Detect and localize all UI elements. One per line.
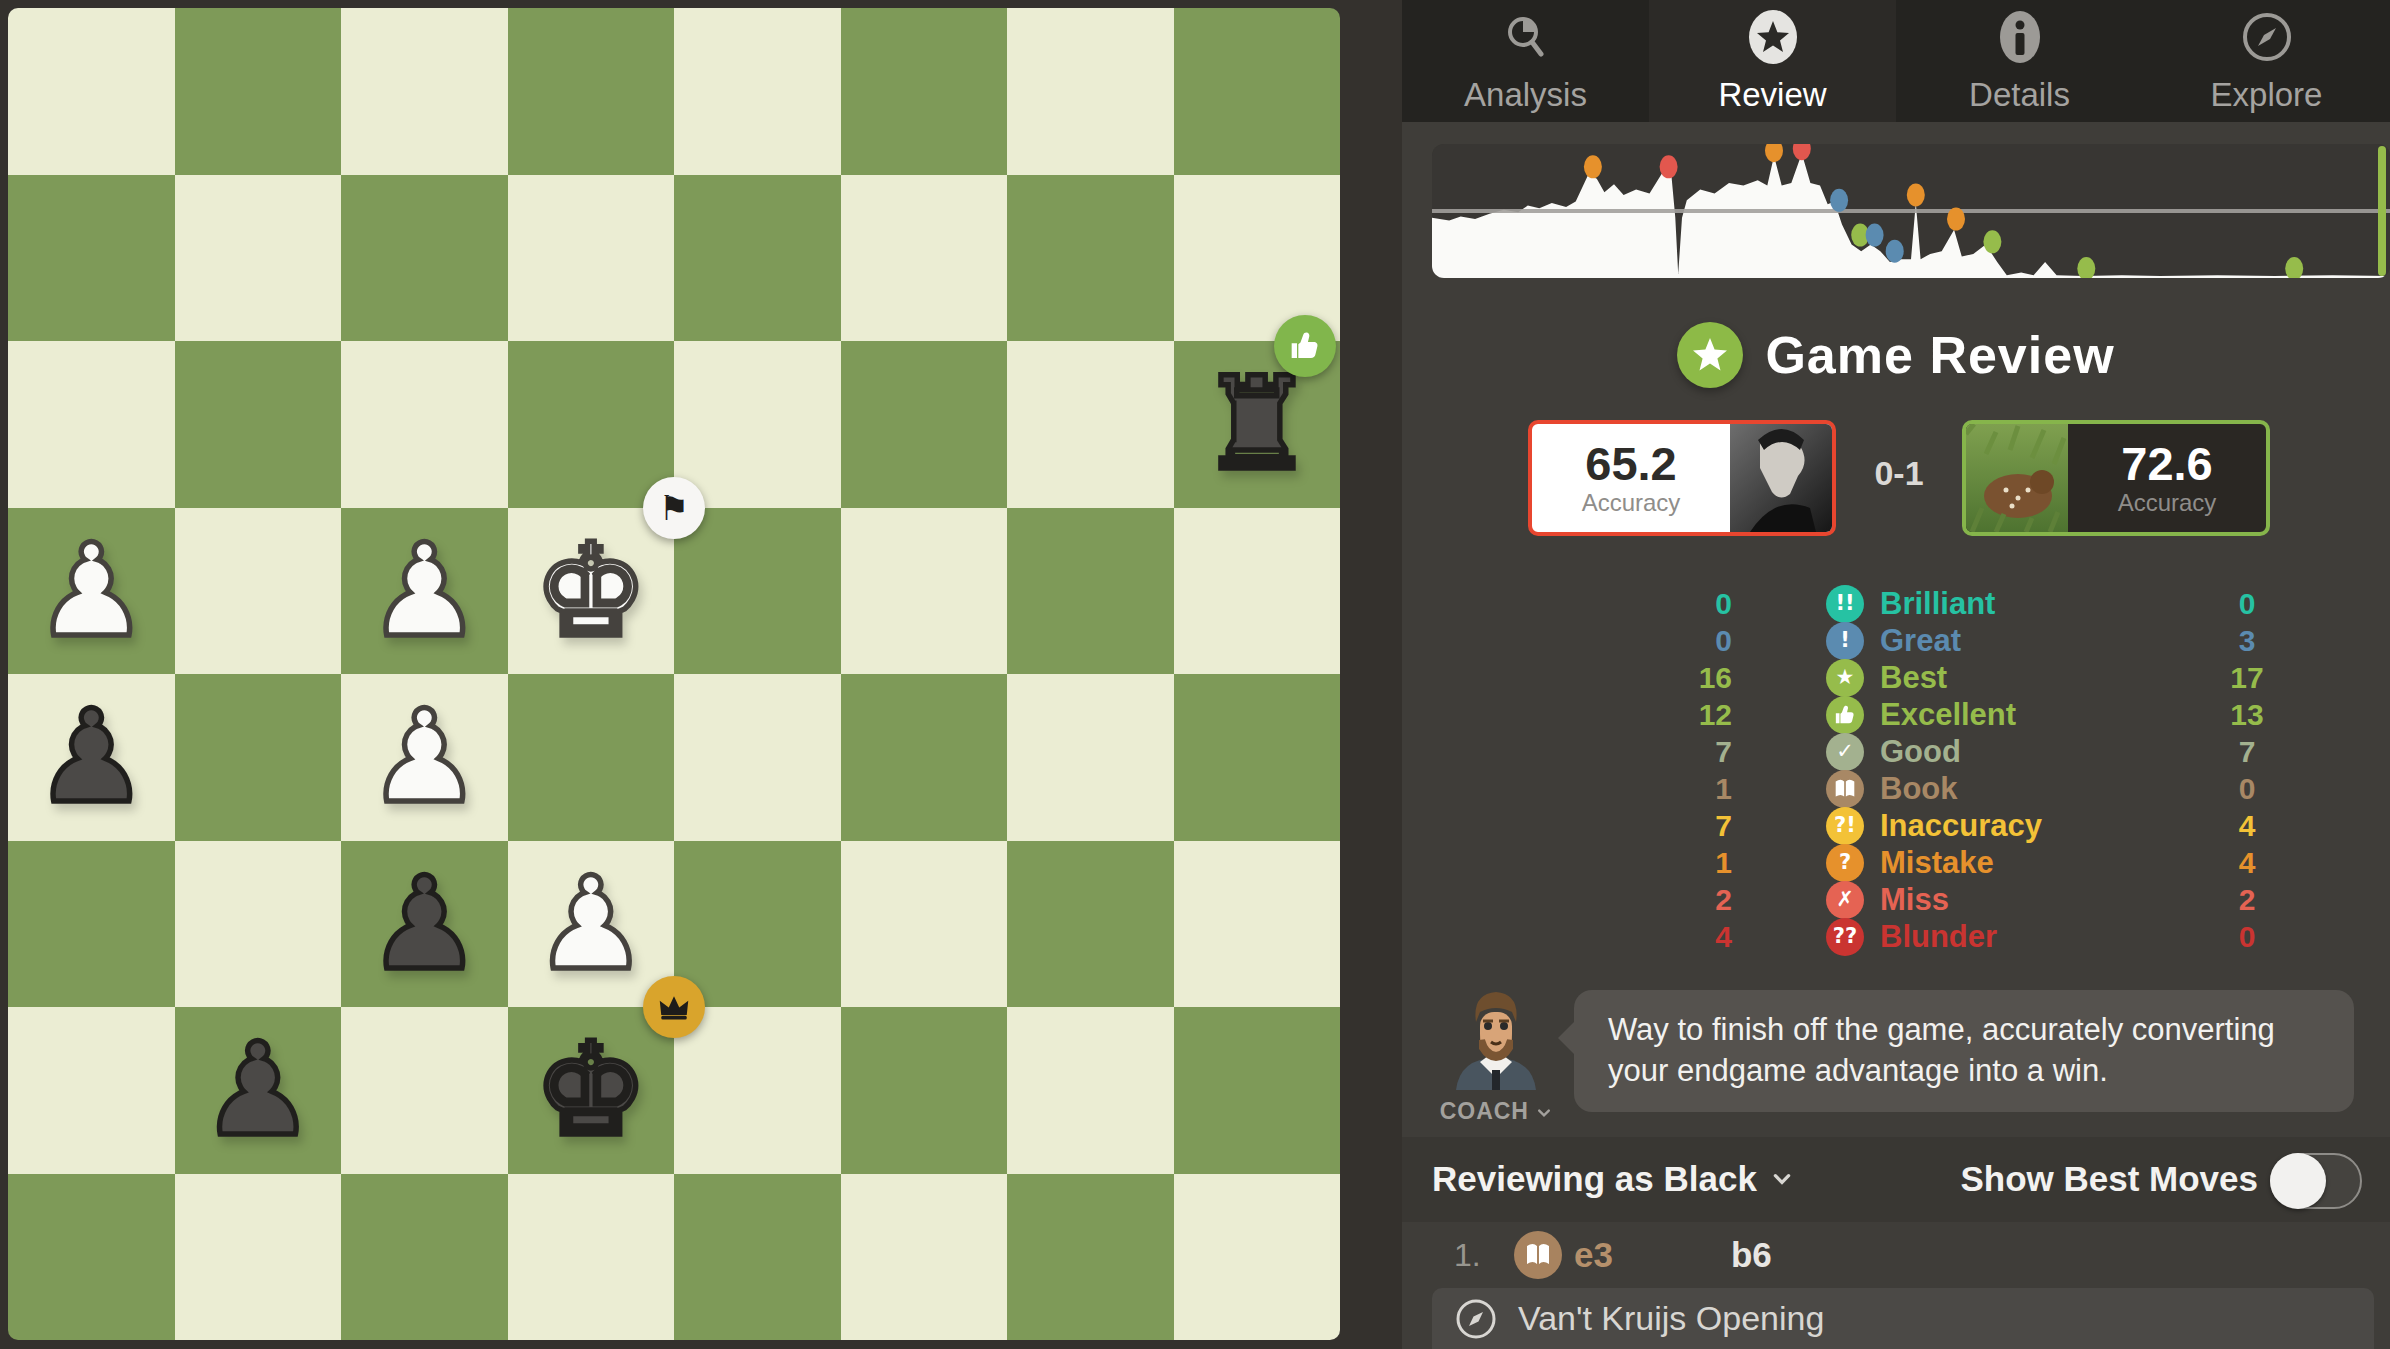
square-h3[interactable] (8, 341, 175, 508)
move-list-row: 1. e3 b6 (1402, 1222, 2390, 1288)
square-f6[interactable]: ♟ (341, 841, 508, 1008)
black-player-avatar (1966, 424, 2068, 532)
square-b2[interactable] (1007, 175, 1174, 342)
black-pawn[interactable]: ♟ (341, 841, 508, 1008)
review-controls-bar: Reviewing as Black Show Best Moves (1402, 1137, 2390, 1222)
coach-message: Way to finish off the game, accurately c… (1608, 1010, 2320, 1092)
excellent-move-icon (1274, 315, 1336, 377)
tab-details[interactable]: Details (1896, 0, 2143, 122)
square-a5[interactable] (1174, 674, 1341, 841)
square-d7[interactable] (674, 1007, 841, 1174)
square-c4[interactable] (841, 508, 1008, 675)
square-g1[interactable] (175, 8, 342, 175)
page-title: Game Review (1765, 325, 2114, 385)
square-c1[interactable] (841, 8, 1008, 175)
white-count: 7 (1402, 807, 1732, 844)
square-g6[interactable] (175, 841, 342, 1008)
classification-label: Blunder (1880, 918, 1997, 955)
black-count: 3 (2202, 622, 2292, 659)
toggle-knob (2270, 1153, 2326, 1209)
white-count: 16 (1402, 659, 1732, 696)
square-h2[interactable] (8, 175, 175, 342)
black-accuracy-label: Accuracy (2118, 489, 2217, 517)
coach-avatar (1442, 982, 1550, 1090)
black-pawn[interactable]: ♟ (175, 1007, 342, 1174)
square-a3[interactable]: ♜ (1174, 341, 1341, 508)
white-pawn[interactable]: ♟ (8, 508, 175, 675)
square-a8[interactable] (1174, 1174, 1341, 1341)
black-count: 0 (2202, 585, 2292, 622)
square-a1[interactable] (1174, 8, 1341, 175)
white-pawn[interactable]: ♟ (508, 841, 675, 1008)
square-e6[interactable]: ♟ (508, 841, 675, 1008)
black-count: 0 (2202, 918, 2292, 955)
square-b6[interactable] (1007, 841, 1174, 1008)
square-g8[interactable] (175, 1174, 342, 1341)
tab-review[interactable]: Review (1649, 0, 1896, 122)
white-pawn[interactable]: ♟ (341, 674, 508, 841)
square-c3[interactable] (841, 341, 1008, 508)
tab-label: Explore (2211, 76, 2323, 114)
coach-section: COACH Way to finish off the game, accura… (1402, 982, 2390, 1132)
classification-label: Best (1880, 659, 1947, 696)
white-count: 12 (1402, 696, 1732, 733)
square-c5[interactable] (841, 674, 1008, 841)
blunder-icon: ?? (1826, 918, 1864, 956)
explore-icon (2238, 8, 2296, 66)
square-a4[interactable] (1174, 508, 1341, 675)
black-count: 17 (2202, 659, 2292, 696)
black-count: 0 (2202, 770, 2292, 807)
black-count: 4 (2202, 807, 2292, 844)
square-f2[interactable] (341, 175, 508, 342)
evaluation-graph[interactable] (1432, 144, 2390, 278)
classification-label: Good (1880, 733, 1961, 770)
white-count: 2 (1402, 881, 1732, 918)
square-h8[interactable] (8, 1174, 175, 1341)
black-pawn[interactable]: ♟ (8, 674, 175, 841)
classification-label: Mistake (1880, 844, 1994, 881)
details-icon (1991, 8, 2049, 66)
review-icon (1744, 8, 1802, 66)
white-pawn[interactable]: ♟ (341, 508, 508, 675)
square-f8[interactable] (341, 1174, 508, 1341)
tab-explore[interactable]: Explore (2143, 0, 2390, 122)
square-b5[interactable] (1007, 674, 1174, 841)
square-h5[interactable]: ♟ (8, 674, 175, 841)
black-accuracy-value: 72.6 (2121, 439, 2212, 488)
good-icon: ✓ (1826, 733, 1864, 771)
tab-label: Details (1969, 76, 2070, 114)
classification-row-great: 0!Great3 (1402, 622, 2390, 659)
tab-analysis[interactable]: Analysis (1402, 0, 1649, 122)
white-count: 0 (1402, 622, 1732, 659)
excellent-icon (1826, 696, 1864, 734)
classification-row-excellent: 12Excellent13 (1402, 696, 2390, 733)
inaccuracy-icon: ?! (1826, 807, 1864, 845)
timeout-flag-icon: ⚑ (643, 477, 705, 539)
square-f1[interactable] (341, 8, 508, 175)
square-d2[interactable] (674, 175, 841, 342)
review-panel: AnalysisReviewDetailsExplore Game Review… (1402, 0, 2390, 1349)
square-c7[interactable] (841, 1007, 1008, 1174)
square-c2[interactable] (841, 175, 1008, 342)
square-e2[interactable] (508, 175, 675, 342)
square-g3[interactable] (175, 341, 342, 508)
square-f4[interactable]: ♟ (341, 508, 508, 675)
square-d8[interactable] (674, 1174, 841, 1341)
square-d1[interactable] (674, 8, 841, 175)
classification-row-inaccuracy: 7?!Inaccuracy4 (1402, 807, 2390, 844)
classification-label: Great (1880, 622, 1961, 659)
square-e3[interactable] (508, 341, 675, 508)
reviewing-as-dropdown[interactable]: Reviewing as Black (1432, 1159, 1793, 1199)
square-d6[interactable] (674, 841, 841, 1008)
square-g2[interactable] (175, 175, 342, 342)
white-accuracy-card: 65.2 Accuracy (1528, 420, 1836, 536)
winner-crown-icon (643, 976, 705, 1038)
white-accuracy-value: 65.2 (1585, 439, 1676, 488)
white-count: 0 (1402, 585, 1732, 622)
book-icon (1826, 770, 1864, 808)
classification-row-book: 1Book0 (1402, 770, 2390, 807)
white-accuracy-label: Accuracy (1582, 489, 1681, 517)
classification-label: Miss (1880, 881, 1949, 918)
square-e1[interactable] (508, 8, 675, 175)
square-b3[interactable] (1007, 341, 1174, 508)
classification-label: Excellent (1880, 696, 2016, 733)
square-e8[interactable] (508, 1174, 675, 1341)
square-d5[interactable] (674, 674, 841, 841)
classification-row-blunder: 4??Blunder0 (1402, 918, 2390, 955)
chess-board[interactable]: ♜♟♟♚⚑♟♟♟♟♟♚ (8, 8, 1340, 1340)
square-h1[interactable] (8, 8, 175, 175)
white-player-avatar (1730, 424, 1832, 532)
white-move[interactable]: e3 (1574, 1235, 1613, 1275)
square-b7[interactable] (1007, 1007, 1174, 1174)
square-f7[interactable] (341, 1007, 508, 1174)
coach-message-bubble: Way to finish off the game, accurately c… (1574, 990, 2354, 1112)
black-count: 4 (2202, 844, 2292, 881)
show-best-moves-label: Show Best Moves (1960, 1159, 2258, 1199)
move-number: 1. (1454, 1237, 1514, 1274)
black-accuracy-card: 72.6 Accuracy (1962, 420, 2270, 536)
classification-row-brilliant: 0!!Brilliant0 (1402, 585, 2390, 622)
white-count: 4 (1402, 918, 1732, 955)
mistake-icon: ? (1826, 844, 1864, 882)
opening-name: Van't Kruijs Opening (1518, 1299, 1824, 1338)
square-a6[interactable] (1174, 841, 1341, 1008)
square-g5[interactable] (175, 674, 342, 841)
move-classification-list: 0!!Brilliant00!Great316★Best1712Excellen… (1402, 585, 2390, 955)
square-d4[interactable] (674, 508, 841, 675)
tab-bar: AnalysisReviewDetailsExplore (1402, 0, 2390, 122)
square-e5[interactable] (508, 674, 675, 841)
square-a7[interactable] (1174, 1007, 1341, 1174)
square-c6[interactable] (841, 841, 1008, 1008)
black-move[interactable]: b6 (1731, 1235, 1772, 1275)
opening-row[interactable]: Van't Kruijs Opening (1432, 1288, 2374, 1349)
miss-icon: ✗ (1826, 881, 1864, 919)
square-g7[interactable]: ♟ (175, 1007, 342, 1174)
square-d3[interactable] (674, 341, 841, 508)
explorer-icon (1454, 1297, 1498, 1341)
best-icon: ★ (1826, 659, 1864, 697)
square-b4[interactable] (1007, 508, 1174, 675)
square-h4[interactable]: ♟ (8, 508, 175, 675)
classification-row-mistake: 1?Mistake4 (1402, 844, 2390, 881)
game-review-star-icon (1677, 322, 1743, 388)
classification-row-best: 16★Best17 (1402, 659, 2390, 696)
game-review-header: Game Review (1402, 322, 2390, 388)
black-count: 7 (2202, 733, 2292, 770)
analysis-icon (1497, 8, 1555, 66)
classification-label: Brilliant (1880, 585, 1995, 622)
classification-label: Book (1880, 770, 1958, 807)
game-result: 0-1 (1859, 454, 1939, 493)
square-h6[interactable] (8, 841, 175, 1008)
tab-label: Review (1718, 76, 1826, 114)
white-king[interactable]: ♚ (508, 508, 675, 675)
game-review-screen: ♜♟♟♚⚑♟♟♟♟♟♚ AnalysisReviewDetailsExplore… (0, 0, 2390, 1349)
white-count: 7 (1402, 733, 1732, 770)
classification-row-good: 7✓Good7 (1402, 733, 2390, 770)
square-b1[interactable] (1007, 8, 1174, 175)
square-e7[interactable]: ♚ (508, 1007, 675, 1174)
show-best-moves-toggle[interactable] (2270, 1153, 2362, 1209)
black-count: 13 (2202, 696, 2292, 733)
square-e4[interactable]: ♚⚑ (508, 508, 675, 675)
classification-label: Inaccuracy (1880, 807, 2042, 844)
white-count: 1 (1402, 770, 1732, 807)
book-move-icon (1514, 1231, 1562, 1279)
black-king[interactable]: ♚ (508, 1007, 675, 1174)
great-icon: ! (1826, 622, 1864, 660)
square-b8[interactable] (1007, 1174, 1174, 1341)
square-g4[interactable] (175, 508, 342, 675)
black-count: 2 (2202, 881, 2292, 918)
square-h7[interactable] (8, 1007, 175, 1174)
square-f3[interactable] (341, 341, 508, 508)
square-f5[interactable]: ♟ (341, 674, 508, 841)
coach-dropdown[interactable]: COACH (1420, 1098, 1572, 1125)
classification-row-miss: 2✗Miss2 (1402, 881, 2390, 918)
accuracy-row: 65.2 Accuracy 0-1 (1402, 420, 2390, 528)
white-count: 1 (1402, 844, 1732, 881)
tab-label: Analysis (1464, 76, 1587, 114)
brilliant-icon: !! (1826, 585, 1864, 623)
square-c8[interactable] (841, 1174, 1008, 1341)
